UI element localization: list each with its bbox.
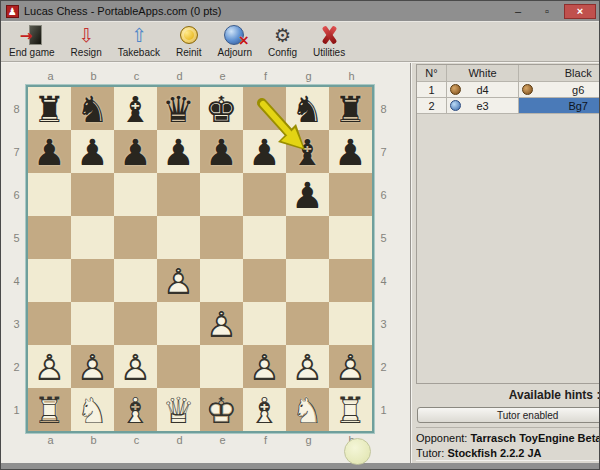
square-g3[interactable] bbox=[286, 302, 329, 345]
piece-white-pawn: ♟♙ bbox=[71, 345, 114, 388]
piece-white-pawn: ♟♙ bbox=[157, 259, 200, 302]
move-1-white[interactable]: d4 bbox=[447, 82, 519, 98]
square-e4[interactable] bbox=[200, 259, 243, 302]
blue-up-arrow-icon: ⇧ bbox=[127, 24, 151, 47]
move-2-white[interactable]: e3 bbox=[447, 98, 519, 114]
square-d5[interactable] bbox=[157, 216, 200, 259]
rank-label: 5 bbox=[7, 217, 26, 260]
piece-black-pawn: ♟ bbox=[243, 130, 286, 173]
rank-label: 3 bbox=[7, 303, 26, 346]
square-e2[interactable] bbox=[200, 345, 243, 388]
minimize-button[interactable]: – bbox=[506, 4, 530, 19]
square-a1[interactable]: ♜♖ bbox=[28, 388, 71, 431]
rank-label: 1 bbox=[7, 389, 26, 432]
square-h7[interactable]: ♟ bbox=[329, 130, 372, 173]
gold-coin-icon bbox=[177, 24, 201, 47]
rank-label: 2 bbox=[7, 346, 26, 389]
file-label: c bbox=[115, 69, 158, 85]
tutor-line: Tutor: Stockfish 2.2.2 JA bbox=[416, 446, 600, 461]
opponent-line: Opponent: Tarrasch ToyEngine Beta V0.905 bbox=[416, 431, 600, 446]
red-down-arrow-icon: ⇩ bbox=[74, 24, 98, 47]
square-f3[interactable] bbox=[243, 302, 286, 345]
piece-black-pawn: ♟ bbox=[157, 130, 200, 173]
square-g8[interactable]: ♞ bbox=[286, 87, 329, 130]
piece-white-pawn: ♟♙ bbox=[329, 345, 372, 388]
opening-book-icon bbox=[522, 84, 533, 95]
file-label: g bbox=[287, 69, 330, 85]
square-b5[interactable] bbox=[71, 216, 114, 259]
square-b2[interactable]: ♟♙ bbox=[71, 345, 114, 388]
square-a2[interactable]: ♟♙ bbox=[28, 345, 71, 388]
rank-labels-right: 87654321 bbox=[374, 85, 393, 433]
square-f1[interactable]: ♝♗ bbox=[243, 388, 286, 431]
piece-white-knight: ♞♘ bbox=[286, 388, 329, 431]
rank-label: 5 bbox=[374, 217, 393, 260]
move-list-header: N° White Black bbox=[417, 65, 600, 82]
rank-label: 6 bbox=[7, 174, 26, 217]
adjourn-button[interactable]: × Adjourn bbox=[218, 24, 252, 58]
square-a6[interactable] bbox=[28, 173, 71, 216]
piece-white-knight: ♞♘ bbox=[71, 388, 114, 431]
move-number: 2 bbox=[417, 98, 447, 114]
piece-black-king: ♚ bbox=[200, 87, 243, 130]
move-1-black[interactable]: g6 bbox=[519, 82, 600, 98]
square-b7[interactable]: ♟ bbox=[71, 130, 114, 173]
piece-black-bishop: ♝ bbox=[114, 87, 157, 130]
square-c5[interactable] bbox=[114, 216, 157, 259]
square-e8[interactable]: ♚ bbox=[200, 87, 243, 130]
square-d8[interactable]: ♛ bbox=[157, 87, 200, 130]
col-white: White bbox=[447, 65, 519, 82]
title-bar: ♟ Lucas Chess - PortableApps.com (0 pts)… bbox=[1, 1, 599, 21]
opening-book-icon bbox=[450, 84, 461, 95]
rank-label: 1 bbox=[374, 389, 393, 432]
rank-label: 7 bbox=[374, 131, 393, 174]
piece-black-pawn: ♟ bbox=[71, 130, 114, 173]
board-grid: ♜♞♝♛♚♞♜♟♟♟♟♟♟♝♟♟♟♙♟♙♟♙♟♙♟♙♟♙♟♙♟♙♜♖♞♘♝♗♛♕… bbox=[28, 87, 372, 431]
piece-black-rook: ♜ bbox=[28, 87, 71, 130]
piece-black-queen: ♛ bbox=[157, 87, 200, 130]
piece-white-pawn: ♟♙ bbox=[286, 345, 329, 388]
piece-black-rook: ♜ bbox=[329, 87, 372, 130]
square-h5[interactable] bbox=[329, 216, 372, 259]
square-a3[interactable] bbox=[28, 302, 71, 345]
square-g5[interactable] bbox=[286, 216, 329, 259]
square-f6[interactable] bbox=[243, 173, 286, 216]
board-panel: abcdefgh 87654321 ♜♞♝♛♚♞♜♟♟♟♟♟♟♝♟♟♟♙♟♙♟♙… bbox=[1, 63, 410, 463]
square-g1[interactable]: ♞♘ bbox=[286, 388, 329, 431]
move-list-table: N° White Black 1 d4 g6 2 e3 Bg7 bbox=[416, 64, 600, 384]
piece-black-pawn: ♟ bbox=[286, 173, 329, 216]
file-label: a bbox=[29, 69, 72, 85]
available-hints: Available hints : 7 bbox=[416, 384, 600, 406]
piece-white-rook: ♜♖ bbox=[329, 388, 372, 431]
square-b1[interactable]: ♞♘ bbox=[71, 388, 114, 431]
square-d7[interactable]: ♟ bbox=[157, 130, 200, 173]
square-e3[interactable]: ♟♙ bbox=[200, 302, 243, 345]
file-label: c bbox=[115, 433, 158, 449]
end-game-button[interactable]: → End game bbox=[9, 24, 55, 58]
rank-labels-left: 87654321 bbox=[7, 85, 26, 433]
file-label: a bbox=[29, 433, 72, 449]
piece-white-pawn: ♟♙ bbox=[28, 345, 71, 388]
piece-black-pawn: ♟ bbox=[114, 130, 157, 173]
chess-board: abcdefgh 87654321 ♜♞♝♛♚♞♜♟♟♟♟♟♟♝♟♟♟♙♟♙♟♙… bbox=[7, 69, 393, 449]
tutor-name: Stockfish 2.2.2 JA bbox=[447, 447, 541, 459]
square-h2[interactable]: ♟♙ bbox=[329, 345, 372, 388]
square-f8[interactable] bbox=[243, 87, 286, 130]
tutor-analysis-icon bbox=[450, 100, 461, 111]
rank-label: 4 bbox=[7, 260, 26, 303]
piece-white-pawn: ♟♙ bbox=[243, 345, 286, 388]
square-c2[interactable]: ♟♙ bbox=[114, 345, 157, 388]
window-title: Lucas Chess - PortableApps.com (0 pts) bbox=[24, 5, 501, 17]
square-b3[interactable] bbox=[71, 302, 114, 345]
file-labels-bottom: abcdefgh bbox=[26, 433, 374, 449]
move-number: 1 bbox=[417, 82, 447, 98]
square-d6[interactable] bbox=[157, 173, 200, 216]
lucas-chess-window: ♟ Lucas Chess - PortableApps.com (0 pts)… bbox=[0, 0, 600, 470]
square-f5[interactable] bbox=[243, 216, 286, 259]
square-h1[interactable]: ♜♖ bbox=[329, 388, 372, 431]
square-b8[interactable]: ♞ bbox=[71, 87, 114, 130]
square-d3[interactable] bbox=[157, 302, 200, 345]
square-h8[interactable]: ♜ bbox=[329, 87, 372, 130]
square-f7[interactable]: ♟ bbox=[243, 130, 286, 173]
opponent-name: Tarrasch ToyEngine Beta V0.905 bbox=[470, 432, 600, 444]
piece-black-pawn: ♟ bbox=[200, 130, 243, 173]
square-e1[interactable]: ♚♔ bbox=[200, 388, 243, 431]
utilities-button[interactable]: Utilities bbox=[313, 24, 345, 58]
square-d4[interactable]: ♟♙ bbox=[157, 259, 200, 302]
square-g4[interactable] bbox=[286, 259, 329, 302]
square-a5[interactable] bbox=[28, 216, 71, 259]
piece-black-knight: ♞ bbox=[71, 87, 114, 130]
rank-label: 4 bbox=[374, 260, 393, 303]
exit-door-icon: → bbox=[20, 24, 44, 47]
file-label: h bbox=[330, 69, 373, 85]
square-e6[interactable] bbox=[200, 173, 243, 216]
takeback-button[interactable]: ⇧ Takeback bbox=[118, 24, 160, 58]
square-c1[interactable]: ♝♗ bbox=[114, 388, 157, 431]
reinit-button[interactable]: Reinit bbox=[176, 24, 202, 58]
app-icon: ♟ bbox=[6, 5, 19, 18]
square-a7[interactable]: ♟ bbox=[28, 130, 71, 173]
square-c3[interactable] bbox=[114, 302, 157, 345]
square-a4[interactable] bbox=[28, 259, 71, 302]
square-d2[interactable] bbox=[157, 345, 200, 388]
file-label: f bbox=[244, 433, 287, 449]
globe-cancel-icon: × bbox=[223, 24, 247, 47]
piece-black-bishop: ♝ bbox=[286, 130, 329, 173]
tools-icon bbox=[317, 24, 341, 47]
tutor-enabled-button[interactable]: Tutor enabled bbox=[417, 407, 600, 423]
piece-black-pawn: ♟ bbox=[329, 130, 372, 173]
right-panel: N° White Black 1 d4 g6 2 e3 Bg7 Availabl… bbox=[410, 63, 600, 463]
square-e5[interactable] bbox=[200, 216, 243, 259]
file-label: e bbox=[201, 69, 244, 85]
board-frame: ♜♞♝♛♚♞♜♟♟♟♟♟♟♝♟♟♟♙♟♙♟♙♟♙♟♙♟♙♟♙♟♙♜♖♞♘♝♗♛♕… bbox=[26, 85, 374, 433]
file-label: f bbox=[244, 69, 287, 85]
move-2-black-selected[interactable]: Bg7 bbox=[519, 98, 600, 114]
square-g6[interactable]: ♟ bbox=[286, 173, 329, 216]
square-d1[interactable]: ♛♕ bbox=[157, 388, 200, 431]
piece-white-pawn: ♟♙ bbox=[200, 302, 243, 345]
rank-label: 8 bbox=[7, 88, 26, 131]
square-f4[interactable] bbox=[243, 259, 286, 302]
piece-white-queen: ♛♕ bbox=[157, 388, 200, 431]
file-labels-top: abcdefgh bbox=[26, 69, 374, 85]
file-label: d bbox=[158, 69, 201, 85]
file-label: d bbox=[158, 433, 201, 449]
square-b4[interactable] bbox=[71, 259, 114, 302]
square-g7[interactable]: ♝ bbox=[286, 130, 329, 173]
piece-white-bishop: ♝♗ bbox=[243, 388, 286, 431]
config-button[interactable]: ⚙ Config bbox=[268, 24, 297, 58]
piece-white-king: ♚♔ bbox=[200, 388, 243, 431]
rank-label: 7 bbox=[7, 131, 26, 174]
piece-white-bishop: ♝♗ bbox=[114, 388, 157, 431]
piece-white-pawn: ♟♙ bbox=[114, 345, 157, 388]
move-row-1: 1 d4 g6 bbox=[417, 82, 600, 98]
square-c6[interactable] bbox=[114, 173, 157, 216]
file-label: b bbox=[72, 433, 115, 449]
square-h3[interactable] bbox=[329, 302, 372, 345]
move-row-2: 2 e3 Bg7 bbox=[417, 98, 600, 114]
col-black: Black bbox=[519, 65, 600, 82]
square-c8[interactable]: ♝ bbox=[114, 87, 157, 130]
square-f2[interactable]: ♟♙ bbox=[243, 345, 286, 388]
square-e7[interactable]: ♟ bbox=[200, 130, 243, 173]
square-g2[interactable]: ♟♙ bbox=[286, 345, 329, 388]
piece-white-rook: ♜♖ bbox=[28, 388, 71, 431]
file-label: e bbox=[201, 433, 244, 449]
piece-black-pawn: ♟ bbox=[28, 130, 71, 173]
file-label: g bbox=[287, 433, 330, 449]
square-c4[interactable] bbox=[114, 259, 157, 302]
gear-icon: ⚙ bbox=[270, 24, 294, 47]
maximize-button[interactable]: ▫ bbox=[535, 4, 559, 19]
hints-label: Available hints : bbox=[509, 388, 600, 402]
toolbar: → End game ⇩ Resign ⇧ Takeback Reinit × … bbox=[1, 21, 599, 62]
resign-button[interactable]: ⇩ Resign bbox=[71, 24, 102, 58]
square-a8[interactable]: ♜ bbox=[28, 87, 71, 130]
close-button[interactable]: × bbox=[564, 4, 596, 19]
rank-label: 2 bbox=[374, 346, 393, 389]
square-b6[interactable] bbox=[71, 173, 114, 216]
rank-label: 6 bbox=[374, 174, 393, 217]
col-number: N° bbox=[417, 65, 447, 82]
square-h6[interactable] bbox=[329, 173, 372, 216]
rank-label: 3 bbox=[374, 303, 393, 346]
rank-label: 8 bbox=[374, 88, 393, 131]
engine-status: Opponent: Tarrasch ToyEngine Beta V0.905… bbox=[416, 427, 600, 461]
square-c7[interactable]: ♟ bbox=[114, 130, 157, 173]
square-h4[interactable] bbox=[329, 259, 372, 302]
piece-black-knight: ♞ bbox=[286, 87, 329, 130]
tutor-state-lamp bbox=[344, 438, 371, 465]
file-label: b bbox=[72, 69, 115, 85]
